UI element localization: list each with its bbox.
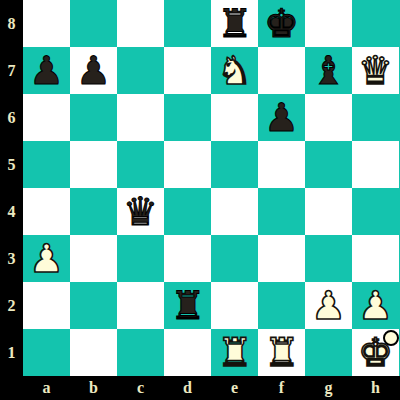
rank-label-4: 4 [0, 188, 23, 235]
rank-label-3: 3 [0, 235, 23, 282]
piece-black-rook-e8[interactable]: ♜ [211, 0, 258, 47]
square-g4[interactable] [305, 188, 352, 235]
rank-label-2: 2 [0, 282, 23, 329]
rank-label-5: 5 [0, 141, 23, 188]
square-b2[interactable] [70, 282, 117, 329]
file-label-c: c [117, 376, 164, 400]
square-c5[interactable] [117, 141, 164, 188]
square-a3[interactable]: ♟ [23, 235, 70, 282]
square-f2[interactable] [258, 282, 305, 329]
file-label-g: g [305, 376, 352, 400]
square-b5[interactable] [70, 141, 117, 188]
piece-white-knight-e7[interactable]: ♞ [211, 47, 258, 94]
square-f4[interactable] [258, 188, 305, 235]
piece-white-rook-e1[interactable]: ♜ [211, 329, 258, 376]
chess-diagram: 87654321 ♜♚♟♟♞♝♛♟♛♟♜♟♟♜♜♚ abcdefgh [0, 0, 400, 400]
square-h8[interactable] [352, 0, 399, 47]
piece-white-pawn-h2[interactable]: ♟ [352, 282, 399, 329]
square-b4[interactable] [70, 188, 117, 235]
piece-black-rook-d2[interactable]: ♜ [164, 282, 211, 329]
square-h3[interactable] [352, 235, 399, 282]
square-b1[interactable] [70, 329, 117, 376]
square-c7[interactable] [117, 47, 164, 94]
piece-white-pawn-g2[interactable]: ♟ [305, 282, 352, 329]
square-c1[interactable] [117, 329, 164, 376]
square-g8[interactable] [305, 0, 352, 47]
square-a7[interactable]: ♟ [23, 47, 70, 94]
square-d1[interactable] [164, 329, 211, 376]
square-g6[interactable] [305, 94, 352, 141]
square-g5[interactable] [305, 141, 352, 188]
piece-white-queen-h7[interactable]: ♛ [352, 47, 399, 94]
rank-label-1: 1 [0, 329, 23, 376]
square-f5[interactable] [258, 141, 305, 188]
square-g3[interactable] [305, 235, 352, 282]
file-label-d: d [164, 376, 211, 400]
square-f6[interactable]: ♟ [258, 94, 305, 141]
square-d3[interactable] [164, 235, 211, 282]
square-c2[interactable] [117, 282, 164, 329]
rank-labels: 87654321 [0, 0, 23, 376]
square-b7[interactable]: ♟ [70, 47, 117, 94]
square-c6[interactable] [117, 94, 164, 141]
square-a8[interactable] [23, 0, 70, 47]
square-e5[interactable] [211, 141, 258, 188]
piece-black-pawn-b7[interactable]: ♟ [70, 47, 117, 94]
square-g1[interactable] [305, 329, 352, 376]
square-e4[interactable] [211, 188, 258, 235]
piece-white-pawn-a3[interactable]: ♟ [23, 235, 70, 282]
square-a4[interactable] [23, 188, 70, 235]
square-h6[interactable] [352, 94, 399, 141]
square-b3[interactable] [70, 235, 117, 282]
rank-label-6: 6 [0, 94, 23, 141]
piece-black-king-f8[interactable]: ♚ [258, 0, 305, 47]
square-h2[interactable]: ♟ [352, 282, 399, 329]
piece-white-rook-f1[interactable]: ♜ [258, 329, 305, 376]
square-f1[interactable]: ♜ [258, 329, 305, 376]
square-e8[interactable]: ♜ [211, 0, 258, 47]
square-d7[interactable] [164, 47, 211, 94]
square-d2[interactable]: ♜ [164, 282, 211, 329]
square-h4[interactable] [352, 188, 399, 235]
file-label-h: h [352, 376, 399, 400]
chess-board: ♜♚♟♟♞♝♛♟♛♟♜♟♟♜♜♚ [23, 0, 400, 376]
square-a6[interactable] [23, 94, 70, 141]
square-h5[interactable] [352, 141, 399, 188]
file-label-b: b [70, 376, 117, 400]
square-d4[interactable] [164, 188, 211, 235]
file-label-e: e [211, 376, 258, 400]
square-a2[interactable] [23, 282, 70, 329]
square-b6[interactable] [70, 94, 117, 141]
square-d5[interactable] [164, 141, 211, 188]
square-g7[interactable]: ♝ [305, 47, 352, 94]
square-f3[interactable] [258, 235, 305, 282]
piece-black-bishop-g7[interactable]: ♝ [305, 47, 352, 94]
square-e2[interactable] [211, 282, 258, 329]
square-e6[interactable] [211, 94, 258, 141]
piece-black-pawn-f6[interactable]: ♟ [258, 94, 305, 141]
square-c4[interactable]: ♛ [117, 188, 164, 235]
file-labels: abcdefgh [23, 376, 400, 400]
file-label-a: a [23, 376, 70, 400]
square-f8[interactable]: ♚ [258, 0, 305, 47]
square-h7[interactable]: ♛ [352, 47, 399, 94]
square-c8[interactable] [117, 0, 164, 47]
rank-label-8: 8 [0, 0, 23, 47]
square-e7[interactable]: ♞ [211, 47, 258, 94]
square-b8[interactable] [70, 0, 117, 47]
square-a1[interactable] [23, 329, 70, 376]
square-f7[interactable] [258, 47, 305, 94]
square-g2[interactable]: ♟ [305, 282, 352, 329]
piece-black-pawn-a7[interactable]: ♟ [23, 47, 70, 94]
square-a5[interactable] [23, 141, 70, 188]
square-e1[interactable]: ♜ [211, 329, 258, 376]
square-c3[interactable] [117, 235, 164, 282]
file-label-f: f [258, 376, 305, 400]
square-d6[interactable] [164, 94, 211, 141]
square-e3[interactable] [211, 235, 258, 282]
square-d8[interactable] [164, 0, 211, 47]
rank-label-7: 7 [0, 47, 23, 94]
piece-black-queen-c4[interactable]: ♛ [117, 188, 164, 235]
white-to-move-indicator [383, 330, 399, 346]
